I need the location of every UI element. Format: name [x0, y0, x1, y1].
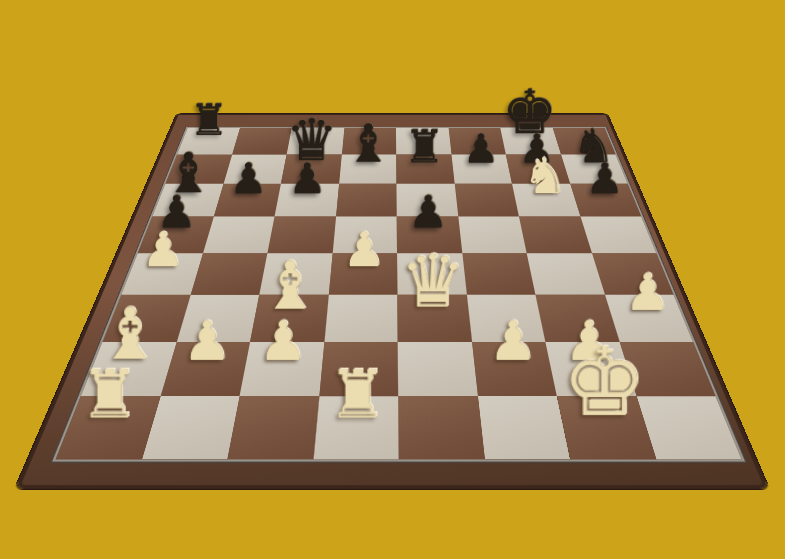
square-c1[interactable] [227, 396, 319, 459]
square-f1[interactable] [477, 396, 570, 459]
square-d4[interactable]: ♟ [328, 253, 397, 294]
square-f7[interactable]: ♟ [451, 154, 512, 183]
white-pawn-b2[interactable]: ♟ [182, 316, 231, 368]
desktop-background: ♜♚♛♝♜♟♟♞♝♟♟♞♟♟♟♟♟♝♛♟♝♟♟♟♟♜♜♚ [0, 0, 785, 559]
square-d6[interactable] [336, 184, 397, 217]
square-g5[interactable] [519, 217, 592, 254]
square-e2[interactable] [398, 342, 478, 396]
square-f6[interactable] [454, 184, 519, 217]
square-b2[interactable]: ♟ [160, 342, 250, 396]
black-pawn-h6[interactable]: ♟ [586, 159, 624, 199]
square-b1[interactable] [141, 396, 239, 459]
square-b8[interactable] [232, 128, 292, 154]
black-pawn-b6[interactable]: ♟ [229, 159, 267, 199]
square-a4[interactable]: ♟ [121, 253, 202, 294]
square-b4[interactable] [190, 253, 267, 294]
white-rook-a1[interactable]: ♜ [80, 363, 140, 426]
black-pawn-c6[interactable]: ♟ [289, 159, 327, 199]
black-rook-e7[interactable]: ♜ [404, 126, 445, 169]
square-e7[interactable]: ♜ [396, 154, 454, 183]
square-g6[interactable]: ♞ [512, 184, 580, 217]
square-e3[interactable]: ♛ [397, 295, 471, 342]
square-d3[interactable] [324, 295, 398, 342]
white-queen-e3[interactable]: ♛ [400, 248, 465, 317]
square-d7[interactable]: ♝ [339, 154, 397, 183]
square-g4[interactable] [527, 253, 605, 294]
white-pawn-c2[interactable]: ♟ [259, 316, 308, 368]
white-pawn-h3[interactable]: ♟ [624, 269, 670, 317]
square-e1[interactable] [398, 396, 484, 459]
white-pawn-a4[interactable]: ♟ [142, 228, 185, 273]
square-c2[interactable]: ♟ [239, 342, 323, 396]
square-h1[interactable] [636, 396, 741, 459]
square-c6[interactable]: ♟ [275, 184, 339, 217]
black-bishop-d7[interactable]: ♝ [345, 119, 392, 169]
board-grid[interactable]: ♜♚♛♝♜♟♟♞♝♟♟♞♟♟♟♟♟♝♛♟♝♟♟♟♟♜♜♚ [52, 127, 745, 461]
white-king-g1[interactable]: ♚ [562, 337, 647, 427]
black-rook-a8[interactable]: ♜ [190, 100, 229, 141]
white-knight-g6[interactable]: ♞ [523, 152, 568, 199]
square-b6[interactable]: ♟ [213, 184, 280, 217]
white-rook-d1[interactable]: ♜ [327, 363, 387, 426]
square-d1[interactable]: ♜ [313, 396, 399, 459]
white-pawn-f2[interactable]: ♟ [488, 316, 537, 368]
square-g1[interactable]: ♚ [557, 396, 656, 459]
square-h5[interactable] [580, 217, 656, 254]
chessboard-3d: ♜♚♛♝♜♟♟♞♝♟♟♞♟♟♟♟♟♝♛♟♝♟♟♟♟♜♜♚ [15, 114, 769, 489]
black-pawn-e5[interactable]: ♟ [408, 192, 448, 235]
square-h6[interactable]: ♟ [570, 184, 641, 217]
board-wooden-frame: ♜♚♛♝♜♟♟♞♝♟♟♞♟♟♟♟♟♝♛♟♝♟♟♟♟♜♜♚ [15, 114, 769, 489]
square-f5[interactable] [458, 217, 527, 254]
square-f4[interactable] [462, 253, 536, 294]
white-pawn-d4[interactable]: ♟ [342, 228, 385, 273]
square-f2[interactable]: ♟ [472, 342, 557, 396]
black-pawn-f7[interactable]: ♟ [463, 131, 499, 169]
